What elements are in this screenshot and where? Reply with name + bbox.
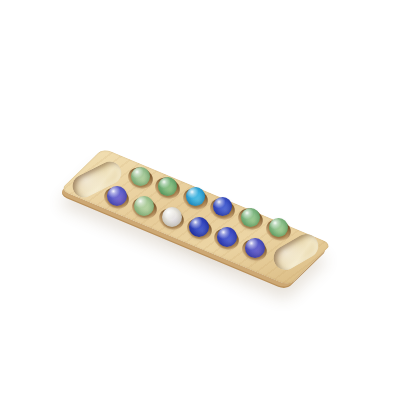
stone-bottom-6-blue-violet[interactable] (245, 238, 265, 258)
stone-top-6-green[interactable] (269, 218, 288, 237)
stone-top-1-pale-green[interactable] (131, 167, 150, 186)
mancala-board-photo (0, 0, 400, 400)
stone-top-5-green[interactable] (241, 208, 260, 227)
stone-bottom-5-royal-blue[interactable] (217, 227, 237, 247)
stone-bottom-3-white-opal[interactable] (162, 207, 182, 227)
stone-top-2-green[interactable] (158, 177, 177, 196)
stone-top-3-cyan-blue[interactable] (186, 187, 205, 206)
stone-bottom-1-blue-violet[interactable] (107, 186, 127, 206)
